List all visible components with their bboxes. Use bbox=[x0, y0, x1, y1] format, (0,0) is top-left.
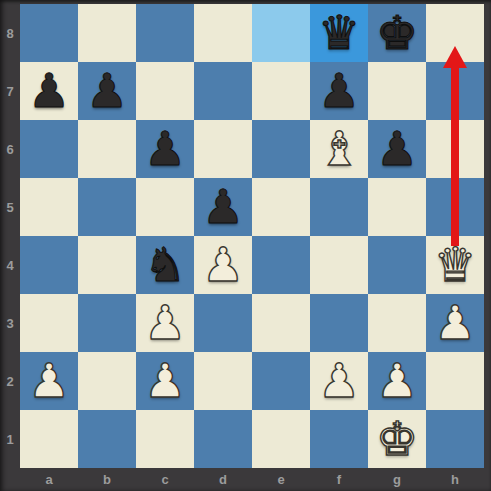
square-a5[interactable] bbox=[20, 178, 78, 236]
square-b5[interactable] bbox=[78, 178, 136, 236]
square-c2[interactable]: ♟ bbox=[136, 352, 194, 410]
piece-white-pawn[interactable]: ♟ bbox=[318, 352, 360, 410]
square-c1[interactable] bbox=[136, 410, 194, 468]
piece-black-king[interactable]: ♚ bbox=[376, 4, 418, 62]
square-e1[interactable] bbox=[252, 410, 310, 468]
square-h4[interactable]: ♛ bbox=[426, 236, 484, 294]
file-label-d: d bbox=[194, 468, 252, 491]
square-b6[interactable] bbox=[78, 120, 136, 178]
file-label-f: f bbox=[310, 468, 368, 491]
file-label-h: h bbox=[426, 468, 484, 491]
file-labels: abcdefgh bbox=[20, 468, 484, 491]
square-c6[interactable]: ♟ bbox=[136, 120, 194, 178]
square-h6[interactable] bbox=[426, 120, 484, 178]
rank-label-4: 4 bbox=[0, 236, 20, 294]
piece-white-bishop[interactable]: ♝ bbox=[318, 120, 360, 178]
square-h7[interactable] bbox=[426, 62, 484, 120]
square-d5[interactable]: ♟ bbox=[194, 178, 252, 236]
rank-label-6: 6 bbox=[0, 120, 20, 178]
square-e7[interactable] bbox=[252, 62, 310, 120]
square-b4[interactable] bbox=[78, 236, 136, 294]
square-h8[interactable] bbox=[426, 4, 484, 62]
piece-black-pawn[interactable]: ♟ bbox=[144, 120, 186, 178]
square-d8[interactable] bbox=[194, 4, 252, 62]
square-h1[interactable] bbox=[426, 410, 484, 468]
square-e6[interactable] bbox=[252, 120, 310, 178]
file-label-g: g bbox=[368, 468, 426, 491]
square-f6[interactable]: ♝ bbox=[310, 120, 368, 178]
file-label-a: a bbox=[20, 468, 78, 491]
square-c5[interactable] bbox=[136, 178, 194, 236]
square-h3[interactable]: ♟ bbox=[426, 294, 484, 352]
square-e4[interactable] bbox=[252, 236, 310, 294]
piece-black-pawn[interactable]: ♟ bbox=[318, 62, 360, 120]
square-g6[interactable]: ♟ bbox=[368, 120, 426, 178]
square-g5[interactable] bbox=[368, 178, 426, 236]
rank-label-5: 5 bbox=[0, 178, 20, 236]
square-b8[interactable] bbox=[78, 4, 136, 62]
square-b2[interactable] bbox=[78, 352, 136, 410]
rank-label-3: 3 bbox=[0, 294, 20, 352]
square-h5[interactable] bbox=[426, 178, 484, 236]
piece-white-pawn[interactable]: ♟ bbox=[28, 352, 70, 410]
rank-labels: 87654321 bbox=[0, 4, 20, 468]
square-b1[interactable] bbox=[78, 410, 136, 468]
square-b7[interactable]: ♟ bbox=[78, 62, 136, 120]
chess-board: ♛♚♟♟♟♟♝♟♟♞♟♛♟♟♟♟♟♟♚ bbox=[20, 4, 484, 468]
square-e5[interactable] bbox=[252, 178, 310, 236]
rank-label-2: 2 bbox=[0, 352, 20, 410]
square-b3[interactable] bbox=[78, 294, 136, 352]
square-e8[interactable] bbox=[252, 4, 310, 62]
square-f4[interactable] bbox=[310, 236, 368, 294]
piece-white-pawn[interactable]: ♟ bbox=[144, 352, 186, 410]
square-d7[interactable] bbox=[194, 62, 252, 120]
square-h2[interactable] bbox=[426, 352, 484, 410]
rank-label-7: 7 bbox=[0, 62, 20, 120]
piece-white-pawn[interactable]: ♟ bbox=[376, 352, 418, 410]
piece-white-pawn[interactable]: ♟ bbox=[434, 294, 476, 352]
square-d1[interactable] bbox=[194, 410, 252, 468]
square-g8[interactable]: ♚ bbox=[368, 4, 426, 62]
square-d4[interactable]: ♟ bbox=[194, 236, 252, 294]
rank-label-1: 1 bbox=[0, 410, 20, 468]
piece-white-king[interactable]: ♚ bbox=[376, 410, 418, 468]
square-c4[interactable]: ♞ bbox=[136, 236, 194, 294]
file-label-c: c bbox=[136, 468, 194, 491]
file-label-b: b bbox=[78, 468, 136, 491]
square-g3[interactable] bbox=[368, 294, 426, 352]
square-a8[interactable] bbox=[20, 4, 78, 62]
square-g4[interactable] bbox=[368, 236, 426, 294]
square-g2[interactable]: ♟ bbox=[368, 352, 426, 410]
square-f7[interactable]: ♟ bbox=[310, 62, 368, 120]
square-a1[interactable] bbox=[20, 410, 78, 468]
piece-white-queen[interactable]: ♛ bbox=[434, 236, 476, 294]
piece-black-pawn[interactable]: ♟ bbox=[86, 62, 128, 120]
square-d2[interactable] bbox=[194, 352, 252, 410]
square-c3[interactable]: ♟ bbox=[136, 294, 194, 352]
square-f2[interactable]: ♟ bbox=[310, 352, 368, 410]
square-f1[interactable] bbox=[310, 410, 368, 468]
square-f3[interactable] bbox=[310, 294, 368, 352]
square-d6[interactable] bbox=[194, 120, 252, 178]
square-f5[interactable] bbox=[310, 178, 368, 236]
square-c7[interactable] bbox=[136, 62, 194, 120]
square-a7[interactable]: ♟ bbox=[20, 62, 78, 120]
square-g1[interactable]: ♚ bbox=[368, 410, 426, 468]
square-f8[interactable]: ♛ bbox=[310, 4, 368, 62]
square-a3[interactable] bbox=[20, 294, 78, 352]
square-c8[interactable] bbox=[136, 4, 194, 62]
piece-black-pawn[interactable]: ♟ bbox=[202, 178, 244, 236]
square-d3[interactable] bbox=[194, 294, 252, 352]
piece-black-pawn[interactable]: ♟ bbox=[376, 120, 418, 178]
chess-app-window: 87654321 ♛♚♟♟♟♟♝♟♟♞♟♛♟♟♟♟♟♟♚ abcdefgh bbox=[0, 0, 491, 491]
rank-label-8: 8 bbox=[0, 4, 20, 62]
piece-white-pawn[interactable]: ♟ bbox=[144, 294, 186, 352]
piece-black-pawn[interactable]: ♟ bbox=[28, 62, 70, 120]
piece-black-queen[interactable]: ♛ bbox=[318, 4, 360, 62]
square-g7[interactable] bbox=[368, 62, 426, 120]
piece-black-knight[interactable]: ♞ bbox=[144, 236, 186, 294]
square-e3[interactable] bbox=[252, 294, 310, 352]
piece-white-pawn[interactable]: ♟ bbox=[202, 236, 244, 294]
square-a2[interactable]: ♟ bbox=[20, 352, 78, 410]
square-a4[interactable] bbox=[20, 236, 78, 294]
square-a6[interactable] bbox=[20, 120, 78, 178]
file-label-e: e bbox=[252, 468, 310, 491]
square-e2[interactable] bbox=[252, 352, 310, 410]
